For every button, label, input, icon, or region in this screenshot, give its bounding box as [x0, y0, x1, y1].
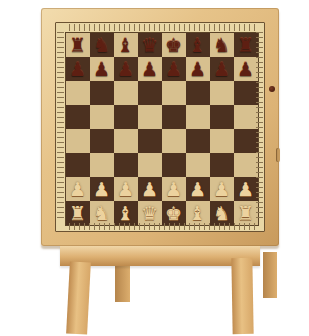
square-h4[interactable]: [234, 129, 258, 153]
square-b2[interactable]: ♟: [90, 177, 114, 201]
square-h1[interactable]: ♜: [234, 201, 258, 225]
table-leg-back-right: [263, 252, 277, 298]
black-knight[interactable]: ♞: [93, 36, 110, 55]
square-a5[interactable]: [66, 105, 90, 129]
square-h8[interactable]: ♜: [234, 33, 258, 57]
square-b7[interactable]: ♟: [90, 57, 114, 81]
white-rook[interactable]: ♜: [237, 204, 254, 223]
side-notch: [276, 148, 280, 162]
black-bishop[interactable]: ♝: [189, 36, 206, 55]
square-f1[interactable]: ♝: [186, 201, 210, 225]
square-f4[interactable]: [186, 129, 210, 153]
square-d6[interactable]: [138, 81, 162, 105]
square-d1[interactable]: ♛: [138, 201, 162, 225]
square-h7[interactable]: ♟: [234, 57, 258, 81]
ruler-ticks-left: [57, 32, 64, 222]
white-pawn[interactable]: ♟: [237, 180, 254, 199]
black-pawn[interactable]: ♟: [141, 60, 158, 79]
square-e2[interactable]: ♟: [162, 177, 186, 201]
white-knight[interactable]: ♞: [93, 204, 110, 223]
square-a3[interactable]: [66, 153, 90, 177]
square-e6[interactable]: [162, 81, 186, 105]
square-c6[interactable]: [114, 81, 138, 105]
white-rook[interactable]: ♜: [69, 204, 86, 223]
black-queen[interactable]: ♛: [141, 36, 158, 55]
square-f5[interactable]: [186, 105, 210, 129]
square-g7[interactable]: ♟: [210, 57, 234, 81]
square-b6[interactable]: [90, 81, 114, 105]
black-pawn[interactable]: ♟: [93, 60, 110, 79]
black-pawn[interactable]: ♟: [69, 60, 86, 79]
square-f8[interactable]: ♝: [186, 33, 210, 57]
black-rook[interactable]: ♜: [237, 36, 254, 55]
square-c2[interactable]: ♟: [114, 177, 138, 201]
black-pawn[interactable]: ♟: [117, 60, 134, 79]
black-pawn[interactable]: ♟: [237, 60, 254, 79]
square-c3[interactable]: [114, 153, 138, 177]
chess-board: ♜♞♝♛♚♝♞♜♟♟♟♟♟♟♟♟♟♟♟♟♟♟♟♟♜♞♝♛♚♝♞♜: [65, 32, 259, 226]
chess-table-photo: ♜♞♝♛♚♝♞♜♟♟♟♟♟♟♟♟♟♟♟♟♟♟♟♟♜♞♝♛♚♝♞♜: [12, 0, 309, 336]
square-a2[interactable]: ♟: [66, 177, 90, 201]
ruler-ticks-top: [65, 24, 255, 31]
black-king[interactable]: ♚: [165, 36, 182, 55]
white-pawn[interactable]: ♟: [93, 180, 110, 199]
white-king[interactable]: ♚: [165, 204, 182, 223]
peg-detail: [269, 86, 275, 92]
square-b8[interactable]: ♞: [90, 33, 114, 57]
black-knight[interactable]: ♞: [213, 36, 230, 55]
square-h2[interactable]: ♟: [234, 177, 258, 201]
square-c1[interactable]: ♝: [114, 201, 138, 225]
square-c4[interactable]: [114, 129, 138, 153]
square-b5[interactable]: [90, 105, 114, 129]
square-d4[interactable]: [138, 129, 162, 153]
square-f2[interactable]: ♟: [186, 177, 210, 201]
square-a7[interactable]: ♟: [66, 57, 90, 81]
square-f6[interactable]: [186, 81, 210, 105]
square-g6[interactable]: [210, 81, 234, 105]
square-b3[interactable]: [90, 153, 114, 177]
ruler-ticks-bottom: [65, 223, 255, 230]
black-rook[interactable]: ♜: [69, 36, 86, 55]
square-h6[interactable]: [234, 81, 258, 105]
square-g2[interactable]: ♟: [210, 177, 234, 201]
square-d8[interactable]: ♛: [138, 33, 162, 57]
white-pawn[interactable]: ♟: [117, 180, 134, 199]
white-pawn[interactable]: ♟: [189, 180, 206, 199]
table-leg-front-right: [231, 258, 253, 334]
white-knight[interactable]: ♞: [213, 204, 230, 223]
white-pawn[interactable]: ♟: [69, 180, 86, 199]
white-pawn[interactable]: ♟: [141, 180, 158, 199]
table-leg-front-left: [66, 261, 91, 334]
square-a6[interactable]: [66, 81, 90, 105]
square-h5[interactable]: [234, 105, 258, 129]
white-bishop[interactable]: ♝: [117, 204, 134, 223]
square-b4[interactable]: [90, 129, 114, 153]
white-bishop[interactable]: ♝: [189, 204, 206, 223]
square-c7[interactable]: ♟: [114, 57, 138, 81]
square-g8[interactable]: ♞: [210, 33, 234, 57]
square-e5[interactable]: [162, 105, 186, 129]
square-c5[interactable]: [114, 105, 138, 129]
white-pawn[interactable]: ♟: [213, 180, 230, 199]
square-g4[interactable]: [210, 129, 234, 153]
square-d2[interactable]: ♟: [138, 177, 162, 201]
square-e7[interactable]: ♟: [162, 57, 186, 81]
square-b1[interactable]: ♞: [90, 201, 114, 225]
square-e8[interactable]: ♚: [162, 33, 186, 57]
white-queen[interactable]: ♛: [141, 204, 158, 223]
square-e4[interactable]: [162, 129, 186, 153]
white-pawn[interactable]: ♟: [165, 180, 182, 199]
square-e1[interactable]: ♚: [162, 201, 186, 225]
square-c8[interactable]: ♝: [114, 33, 138, 57]
square-f3[interactable]: [186, 153, 210, 177]
square-a1[interactable]: ♜: [66, 201, 90, 225]
square-d7[interactable]: ♟: [138, 57, 162, 81]
square-g5[interactable]: [210, 105, 234, 129]
square-g3[interactable]: [210, 153, 234, 177]
square-a4[interactable]: [66, 129, 90, 153]
square-e3[interactable]: [162, 153, 186, 177]
black-pawn[interactable]: ♟: [213, 60, 230, 79]
black-bishop[interactable]: ♝: [117, 36, 134, 55]
square-h3[interactable]: [234, 153, 258, 177]
ruler-ticks-right: [256, 32, 263, 222]
square-f7[interactable]: ♟: [186, 57, 210, 81]
black-pawn[interactable]: ♟: [189, 60, 206, 79]
table-top: ♜♞♝♛♚♝♞♜♟♟♟♟♟♟♟♟♟♟♟♟♟♟♟♟♜♞♝♛♚♝♞♜: [41, 8, 279, 246]
board-inlay-frame: ♜♞♝♛♚♝♞♜♟♟♟♟♟♟♟♟♟♟♟♟♟♟♟♟♜♞♝♛♚♝♞♜: [55, 22, 265, 232]
square-g1[interactable]: ♞: [210, 201, 234, 225]
square-d5[interactable]: [138, 105, 162, 129]
square-d3[interactable]: [138, 153, 162, 177]
square-a8[interactable]: ♜: [66, 33, 90, 57]
black-pawn[interactable]: ♟: [165, 60, 182, 79]
